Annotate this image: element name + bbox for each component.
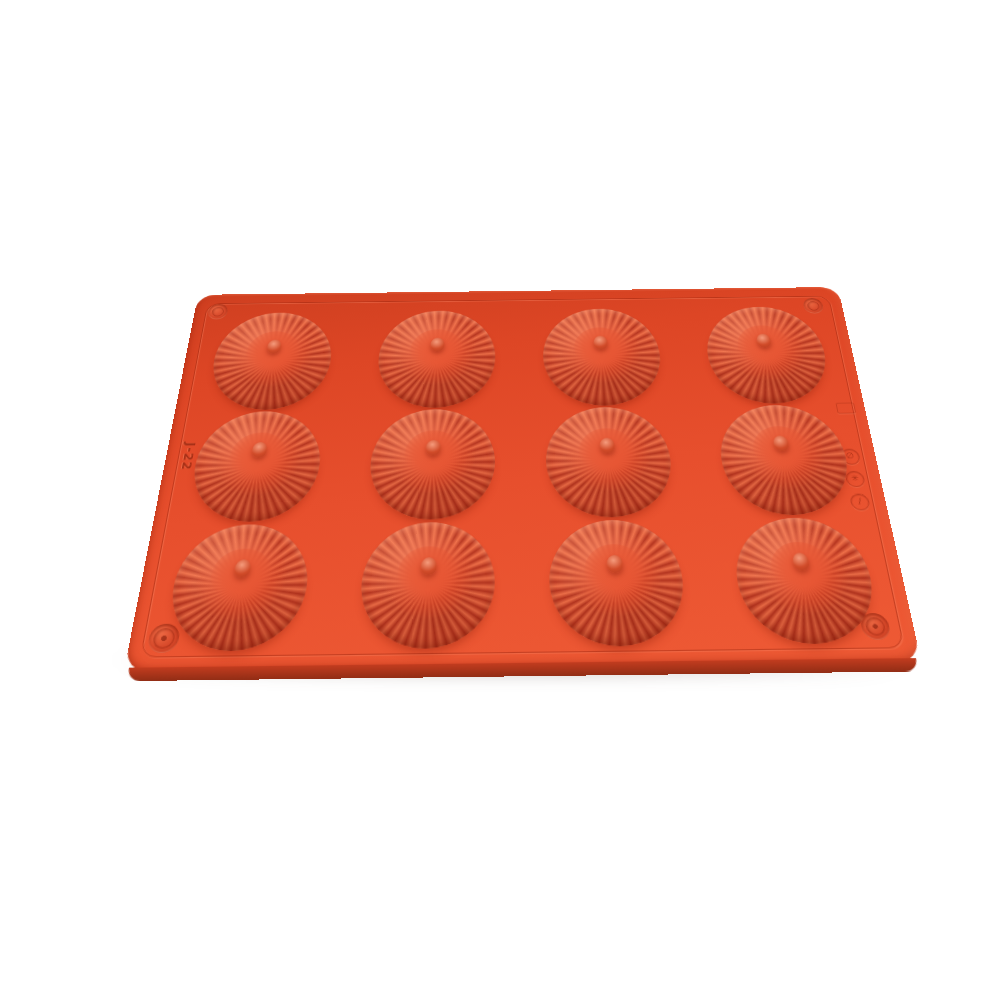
cavity-grid — [133, 305, 912, 653]
mold-cavity-5 — [185, 411, 325, 523]
mold-cavity-12 — [729, 517, 883, 645]
mold-cavity-2 — [374, 310, 495, 408]
mold-cavity-11 — [547, 519, 688, 647]
mold-perspective-wrapper: J-22 ∅✳∕ — [162, 244, 877, 673]
mold-cavity-1 — [205, 312, 336, 410]
product-photo: J-22 ∅✳∕ — [0, 0, 1000, 1000]
mold-cavity-8 — [714, 405, 857, 516]
mold-cavity-10 — [356, 521, 494, 649]
mold-cavity-9 — [162, 524, 313, 652]
mold-cavity-4 — [701, 306, 834, 404]
silicone-mold: J-22 ∅✳∕ — [124, 287, 921, 671]
mold-cavity-3 — [541, 308, 664, 406]
mold-cavity-6 — [366, 409, 495, 521]
mold-cavity-7 — [544, 407, 675, 519]
